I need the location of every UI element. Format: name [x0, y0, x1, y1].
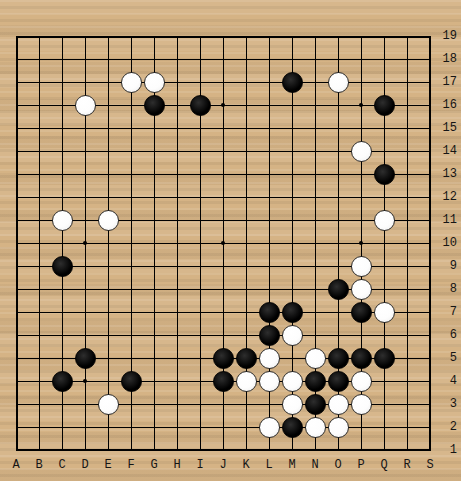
white-stone[interactable]	[121, 72, 142, 93]
intersection-L6[interactable]	[258, 324, 281, 347]
intersection-M7[interactable]	[281, 301, 304, 324]
intersection-E17[interactable]	[97, 71, 120, 94]
intersection-N15[interactable]	[304, 117, 327, 140]
intersection-D10[interactable]	[74, 232, 97, 255]
intersection-C6[interactable]	[51, 324, 74, 347]
intersection-Q12[interactable]	[373, 186, 396, 209]
intersection-F19[interactable]	[120, 25, 143, 48]
intersection-R9[interactable]	[396, 255, 419, 278]
intersection-I14[interactable]	[189, 140, 212, 163]
intersection-K2[interactable]	[235, 416, 258, 439]
intersection-J5[interactable]	[212, 347, 235, 370]
intersection-J9[interactable]	[212, 255, 235, 278]
intersection-L18[interactable]	[258, 48, 281, 71]
intersection-F12[interactable]	[120, 186, 143, 209]
intersection-N13[interactable]	[304, 163, 327, 186]
intersection-F6[interactable]	[120, 324, 143, 347]
intersection-Q11[interactable]	[373, 209, 396, 232]
intersection-J2[interactable]	[212, 416, 235, 439]
intersection-A10[interactable]	[5, 232, 28, 255]
intersection-R5[interactable]	[396, 347, 419, 370]
intersection-F16[interactable]	[120, 94, 143, 117]
intersection-C9[interactable]	[51, 255, 74, 278]
intersection-D7[interactable]	[74, 301, 97, 324]
intersection-G11[interactable]	[143, 209, 166, 232]
intersection-Q16[interactable]	[373, 94, 396, 117]
intersection-E5[interactable]	[97, 347, 120, 370]
white-stone[interactable]	[351, 371, 372, 392]
intersection-I13[interactable]	[189, 163, 212, 186]
intersection-F17[interactable]	[120, 71, 143, 94]
intersection-L5[interactable]	[258, 347, 281, 370]
intersection-L2[interactable]	[258, 416, 281, 439]
intersection-N3[interactable]	[304, 393, 327, 416]
intersection-G15[interactable]	[143, 117, 166, 140]
intersection-C5[interactable]	[51, 347, 74, 370]
intersection-P7[interactable]	[350, 301, 373, 324]
intersection-G3[interactable]	[143, 393, 166, 416]
intersection-K7[interactable]	[235, 301, 258, 324]
black-stone[interactable]	[190, 95, 211, 116]
intersection-D17[interactable]	[74, 71, 97, 94]
white-stone[interactable]	[305, 348, 326, 369]
black-stone[interactable]	[351, 348, 372, 369]
intersection-F11[interactable]	[120, 209, 143, 232]
intersection-D9[interactable]	[74, 255, 97, 278]
intersection-A5[interactable]	[5, 347, 28, 370]
intersection-I11[interactable]	[189, 209, 212, 232]
intersection-I19[interactable]	[189, 25, 212, 48]
intersection-R17[interactable]	[396, 71, 419, 94]
intersection-E13[interactable]	[97, 163, 120, 186]
white-stone[interactable]	[259, 371, 280, 392]
intersection-C15[interactable]	[51, 117, 74, 140]
intersection-Q4[interactable]	[373, 370, 396, 393]
black-stone[interactable]	[282, 302, 303, 323]
intersection-P4[interactable]	[350, 370, 373, 393]
intersection-O19[interactable]	[327, 25, 350, 48]
white-stone[interactable]	[374, 210, 395, 231]
intersection-N2[interactable]	[304, 416, 327, 439]
intersection-N4[interactable]	[304, 370, 327, 393]
intersection-Q9[interactable]	[373, 255, 396, 278]
intersection-A2[interactable]	[5, 416, 28, 439]
white-stone[interactable]	[282, 325, 303, 346]
black-stone[interactable]	[374, 164, 395, 185]
intersection-O3[interactable]	[327, 393, 350, 416]
intersection-M4[interactable]	[281, 370, 304, 393]
intersection-O18[interactable]	[327, 48, 350, 71]
intersection-Q14[interactable]	[373, 140, 396, 163]
intersection-O16[interactable]	[327, 94, 350, 117]
intersection-G5[interactable]	[143, 347, 166, 370]
white-stone[interactable]	[144, 72, 165, 93]
intersection-H11[interactable]	[166, 209, 189, 232]
intersection-P10[interactable]	[350, 232, 373, 255]
intersection-G14[interactable]	[143, 140, 166, 163]
intersection-K6[interactable]	[235, 324, 258, 347]
intersection-M14[interactable]	[281, 140, 304, 163]
intersection-I3[interactable]	[189, 393, 212, 416]
intersection-G2[interactable]	[143, 416, 166, 439]
white-stone[interactable]	[328, 72, 349, 93]
intersection-C12[interactable]	[51, 186, 74, 209]
intersection-G10[interactable]	[143, 232, 166, 255]
white-stone[interactable]	[305, 417, 326, 438]
intersection-M8[interactable]	[281, 278, 304, 301]
intersection-J3[interactable]	[212, 393, 235, 416]
intersection-G18[interactable]	[143, 48, 166, 71]
intersection-P15[interactable]	[350, 117, 373, 140]
intersection-A12[interactable]	[5, 186, 28, 209]
intersection-I12[interactable]	[189, 186, 212, 209]
intersection-B5[interactable]	[28, 347, 51, 370]
intersection-H18[interactable]	[166, 48, 189, 71]
intersection-K18[interactable]	[235, 48, 258, 71]
intersection-B4[interactable]	[28, 370, 51, 393]
intersection-H13[interactable]	[166, 163, 189, 186]
intersection-H8[interactable]	[166, 278, 189, 301]
intersection-M2[interactable]	[281, 416, 304, 439]
intersection-R15[interactable]	[396, 117, 419, 140]
intersection-B10[interactable]	[28, 232, 51, 255]
intersection-J7[interactable]	[212, 301, 235, 324]
intersection-O11[interactable]	[327, 209, 350, 232]
intersection-J10[interactable]	[212, 232, 235, 255]
intersection-M15[interactable]	[281, 117, 304, 140]
intersection-L8[interactable]	[258, 278, 281, 301]
intersection-Q10[interactable]	[373, 232, 396, 255]
intersection-J12[interactable]	[212, 186, 235, 209]
intersection-Q8[interactable]	[373, 278, 396, 301]
intersection-O12[interactable]	[327, 186, 350, 209]
intersection-Q19[interactable]	[373, 25, 396, 48]
intersection-M5[interactable]	[281, 347, 304, 370]
intersection-H17[interactable]	[166, 71, 189, 94]
white-stone[interactable]	[98, 394, 119, 415]
intersection-E10[interactable]	[97, 232, 120, 255]
intersection-B2[interactable]	[28, 416, 51, 439]
intersection-C3[interactable]	[51, 393, 74, 416]
intersection-I9[interactable]	[189, 255, 212, 278]
intersection-J16[interactable]	[212, 94, 235, 117]
intersection-H3[interactable]	[166, 393, 189, 416]
intersection-I10[interactable]	[189, 232, 212, 255]
intersection-P8[interactable]	[350, 278, 373, 301]
intersection-C4[interactable]	[51, 370, 74, 393]
intersection-B15[interactable]	[28, 117, 51, 140]
intersection-R3[interactable]	[396, 393, 419, 416]
intersection-R18[interactable]	[396, 48, 419, 71]
intersection-O4[interactable]	[327, 370, 350, 393]
intersection-P11[interactable]	[350, 209, 373, 232]
intersection-E2[interactable]	[97, 416, 120, 439]
intersection-B19[interactable]	[28, 25, 51, 48]
black-stone[interactable]	[351, 302, 372, 323]
intersection-K19[interactable]	[235, 25, 258, 48]
intersection-A16[interactable]	[5, 94, 28, 117]
black-stone[interactable]	[75, 348, 96, 369]
intersection-E15[interactable]	[97, 117, 120, 140]
intersection-R14[interactable]	[396, 140, 419, 163]
intersection-O8[interactable]	[327, 278, 350, 301]
intersection-B13[interactable]	[28, 163, 51, 186]
intersection-N14[interactable]	[304, 140, 327, 163]
white-stone[interactable]	[351, 394, 372, 415]
intersection-B6[interactable]	[28, 324, 51, 347]
intersection-D13[interactable]	[74, 163, 97, 186]
intersection-L15[interactable]	[258, 117, 281, 140]
intersection-G9[interactable]	[143, 255, 166, 278]
intersection-G8[interactable]	[143, 278, 166, 301]
intersection-L7[interactable]	[258, 301, 281, 324]
intersection-P12[interactable]	[350, 186, 373, 209]
intersection-H6[interactable]	[166, 324, 189, 347]
intersection-Q7[interactable]	[373, 301, 396, 324]
intersection-G7[interactable]	[143, 301, 166, 324]
intersection-N12[interactable]	[304, 186, 327, 209]
intersection-N16[interactable]	[304, 94, 327, 117]
white-stone[interactable]	[282, 371, 303, 392]
white-stone[interactable]	[328, 394, 349, 415]
intersection-J15[interactable]	[212, 117, 235, 140]
intersection-R16[interactable]	[396, 94, 419, 117]
intersection-D18[interactable]	[74, 48, 97, 71]
white-stone[interactable]	[259, 417, 280, 438]
intersection-J4[interactable]	[212, 370, 235, 393]
intersection-J8[interactable]	[212, 278, 235, 301]
intersection-E12[interactable]	[97, 186, 120, 209]
intersection-C2[interactable]	[51, 416, 74, 439]
intersection-J6[interactable]	[212, 324, 235, 347]
intersection-M17[interactable]	[281, 71, 304, 94]
intersection-K3[interactable]	[235, 393, 258, 416]
intersection-N19[interactable]	[304, 25, 327, 48]
intersection-M13[interactable]	[281, 163, 304, 186]
intersection-A17[interactable]	[5, 71, 28, 94]
intersection-A13[interactable]	[5, 163, 28, 186]
intersection-Q5[interactable]	[373, 347, 396, 370]
intersection-R8[interactable]	[396, 278, 419, 301]
intersection-F8[interactable]	[120, 278, 143, 301]
intersection-F10[interactable]	[120, 232, 143, 255]
intersection-K10[interactable]	[235, 232, 258, 255]
intersection-D6[interactable]	[74, 324, 97, 347]
intersection-E6[interactable]	[97, 324, 120, 347]
intersection-R19[interactable]	[396, 25, 419, 48]
intersection-A14[interactable]	[5, 140, 28, 163]
intersection-E9[interactable]	[97, 255, 120, 278]
intersection-R10[interactable]	[396, 232, 419, 255]
intersection-N18[interactable]	[304, 48, 327, 71]
black-stone[interactable]	[259, 302, 280, 323]
intersection-F5[interactable]	[120, 347, 143, 370]
intersection-R4[interactable]	[396, 370, 419, 393]
intersection-B14[interactable]	[28, 140, 51, 163]
intersection-Q18[interactable]	[373, 48, 396, 71]
intersection-I15[interactable]	[189, 117, 212, 140]
intersection-H19[interactable]	[166, 25, 189, 48]
intersection-E14[interactable]	[97, 140, 120, 163]
intersection-K16[interactable]	[235, 94, 258, 117]
intersection-L19[interactable]	[258, 25, 281, 48]
intersection-B11[interactable]	[28, 209, 51, 232]
intersection-P17[interactable]	[350, 71, 373, 94]
intersection-A6[interactable]	[5, 324, 28, 347]
black-stone[interactable]	[144, 95, 165, 116]
intersection-L14[interactable]	[258, 140, 281, 163]
intersection-B3[interactable]	[28, 393, 51, 416]
intersection-D15[interactable]	[74, 117, 97, 140]
intersection-J13[interactable]	[212, 163, 235, 186]
intersection-E8[interactable]	[97, 278, 120, 301]
white-stone[interactable]	[98, 210, 119, 231]
intersection-B8[interactable]	[28, 278, 51, 301]
intersection-F9[interactable]	[120, 255, 143, 278]
intersection-P3[interactable]	[350, 393, 373, 416]
intersection-P19[interactable]	[350, 25, 373, 48]
intersection-D16[interactable]	[74, 94, 97, 117]
intersection-O14[interactable]	[327, 140, 350, 163]
intersection-I2[interactable]	[189, 416, 212, 439]
black-stone[interactable]	[213, 348, 234, 369]
intersection-K4[interactable]	[235, 370, 258, 393]
intersection-R11[interactable]	[396, 209, 419, 232]
intersection-P6[interactable]	[350, 324, 373, 347]
intersection-O2[interactable]	[327, 416, 350, 439]
intersection-A19[interactable]	[5, 25, 28, 48]
intersection-P5[interactable]	[350, 347, 373, 370]
intersection-Q15[interactable]	[373, 117, 396, 140]
intersection-L12[interactable]	[258, 186, 281, 209]
intersection-I7[interactable]	[189, 301, 212, 324]
intersection-H15[interactable]	[166, 117, 189, 140]
intersection-I18[interactable]	[189, 48, 212, 71]
intersection-M9[interactable]	[281, 255, 304, 278]
intersection-L4[interactable]	[258, 370, 281, 393]
intersection-E18[interactable]	[97, 48, 120, 71]
intersection-K14[interactable]	[235, 140, 258, 163]
intersection-C7[interactable]	[51, 301, 74, 324]
intersection-H16[interactable]	[166, 94, 189, 117]
intersection-N7[interactable]	[304, 301, 327, 324]
intersection-H4[interactable]	[166, 370, 189, 393]
black-stone[interactable]	[52, 371, 73, 392]
intersection-B9[interactable]	[28, 255, 51, 278]
intersection-H9[interactable]	[166, 255, 189, 278]
black-stone[interactable]	[52, 256, 73, 277]
intersection-H12[interactable]	[166, 186, 189, 209]
intersection-Q13[interactable]	[373, 163, 396, 186]
intersection-J17[interactable]	[212, 71, 235, 94]
intersection-A11[interactable]	[5, 209, 28, 232]
intersection-F15[interactable]	[120, 117, 143, 140]
intersection-F3[interactable]	[120, 393, 143, 416]
black-stone[interactable]	[305, 394, 326, 415]
intersection-M12[interactable]	[281, 186, 304, 209]
intersection-C16[interactable]	[51, 94, 74, 117]
intersection-P16[interactable]	[350, 94, 373, 117]
black-stone[interactable]	[328, 371, 349, 392]
intersection-C19[interactable]	[51, 25, 74, 48]
intersection-K9[interactable]	[235, 255, 258, 278]
intersection-P2[interactable]	[350, 416, 373, 439]
intersection-Q3[interactable]	[373, 393, 396, 416]
intersection-B16[interactable]	[28, 94, 51, 117]
intersection-R13[interactable]	[396, 163, 419, 186]
intersection-J14[interactable]	[212, 140, 235, 163]
intersection-L17[interactable]	[258, 71, 281, 94]
black-stone[interactable]	[236, 348, 257, 369]
intersection-B18[interactable]	[28, 48, 51, 71]
black-stone[interactable]	[121, 371, 142, 392]
intersection-A15[interactable]	[5, 117, 28, 140]
white-stone[interactable]	[351, 279, 372, 300]
black-stone[interactable]	[374, 95, 395, 116]
intersection-M6[interactable]	[281, 324, 304, 347]
intersection-P18[interactable]	[350, 48, 373, 71]
intersection-G4[interactable]	[143, 370, 166, 393]
black-stone[interactable]	[374, 348, 395, 369]
intersection-L13[interactable]	[258, 163, 281, 186]
intersection-C8[interactable]	[51, 278, 74, 301]
intersection-D5[interactable]	[74, 347, 97, 370]
black-stone[interactable]	[282, 417, 303, 438]
intersection-O7[interactable]	[327, 301, 350, 324]
intersection-E16[interactable]	[97, 94, 120, 117]
intersection-I4[interactable]	[189, 370, 212, 393]
intersection-H2[interactable]	[166, 416, 189, 439]
intersection-H7[interactable]	[166, 301, 189, 324]
intersection-O15[interactable]	[327, 117, 350, 140]
black-stone[interactable]	[328, 279, 349, 300]
intersection-L10[interactable]	[258, 232, 281, 255]
white-stone[interactable]	[75, 95, 96, 116]
intersection-G13[interactable]	[143, 163, 166, 186]
intersection-G12[interactable]	[143, 186, 166, 209]
intersection-C17[interactable]	[51, 71, 74, 94]
intersection-O5[interactable]	[327, 347, 350, 370]
intersection-C13[interactable]	[51, 163, 74, 186]
intersection-A18[interactable]	[5, 48, 28, 71]
intersection-F18[interactable]	[120, 48, 143, 71]
intersection-A7[interactable]	[5, 301, 28, 324]
intersection-C11[interactable]	[51, 209, 74, 232]
intersection-A4[interactable]	[5, 370, 28, 393]
intersection-D14[interactable]	[74, 140, 97, 163]
intersection-R7[interactable]	[396, 301, 419, 324]
intersection-P13[interactable]	[350, 163, 373, 186]
intersection-F4[interactable]	[120, 370, 143, 393]
intersection-K17[interactable]	[235, 71, 258, 94]
white-stone[interactable]	[328, 417, 349, 438]
intersection-D19[interactable]	[74, 25, 97, 48]
intersection-N6[interactable]	[304, 324, 327, 347]
intersection-M18[interactable]	[281, 48, 304, 71]
intersection-O10[interactable]	[327, 232, 350, 255]
intersection-K12[interactable]	[235, 186, 258, 209]
intersection-M3[interactable]	[281, 393, 304, 416]
intersection-Q2[interactable]	[373, 416, 396, 439]
black-stone[interactable]	[282, 72, 303, 93]
intersection-B7[interactable]	[28, 301, 51, 324]
white-stone[interactable]	[236, 371, 257, 392]
intersection-K11[interactable]	[235, 209, 258, 232]
white-stone[interactable]	[259, 348, 280, 369]
intersection-N9[interactable]	[304, 255, 327, 278]
black-stone[interactable]	[328, 348, 349, 369]
intersection-F2[interactable]	[120, 416, 143, 439]
